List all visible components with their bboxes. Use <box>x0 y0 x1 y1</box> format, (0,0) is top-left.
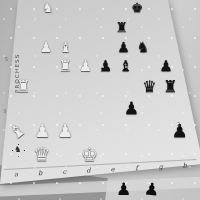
file-label-a: a <box>4 169 29 180</box>
black-P-h5[interactable]: ♟ <box>159 59 172 74</box>
black-B-f5[interactable]: ♝ <box>119 59 132 74</box>
file-label-f: f <box>124 162 149 173</box>
rank-digit: 5 <box>5 56 8 62</box>
black-R-h4[interactable]: ♜ <box>163 79 177 95</box>
file-label-d: d <box>76 165 101 176</box>
white-B-c6[interactable]: ♝ <box>59 40 72 54</box>
rank-digit: 2 <box>177 121 180 127</box>
captured-pieces-tray: ♟♟ <box>116 181 160 198</box>
white-R-c5[interactable]: ♜ <box>59 59 72 74</box>
black-N-g6[interactable]: ♞ <box>137 40 150 54</box>
black-P-f3[interactable]: ♟ <box>124 100 139 117</box>
brand-knight-logo: ♞ <box>11 143 25 157</box>
white-Q-b1[interactable]: ♛ <box>33 145 50 164</box>
black-P-e5[interactable]: ♟ <box>99 59 112 74</box>
white-K-d1[interactable]: ♚ <box>81 145 98 164</box>
file-label-c: c <box>52 166 77 177</box>
chessboard-photo: ♞♚ ♜ ♟♝♟♞ ♜♟♟♝♟ ♜♛♜ ♟ ♝♟♟♟ ♞♛♚ abcdefgh … <box>0 0 200 200</box>
captured-black-piece-2[interactable]: ♟ <box>143 180 160 199</box>
black-P-f6[interactable]: ♟ <box>117 40 130 54</box>
black-K-g8[interactable]: ♚ <box>131 1 143 14</box>
brand-text: PROCHESS <box>14 53 20 93</box>
chessboard: ♞♚ ♜ ♟♝♟♞ ♜♟♟♝♟ ♜♛♜ ♟ ♝♟♟♟ ♞♛♚ abcdefgh … <box>0 0 200 200</box>
white-P-b6[interactable]: ♟ <box>40 40 53 54</box>
file-label-g: g <box>148 161 173 172</box>
white-P-c2[interactable]: ♟ <box>57 122 73 140</box>
file-label-e: e <box>100 164 125 175</box>
black-Q-g4[interactable]: ♛ <box>142 79 156 95</box>
captured-black-piece-1[interactable]: ♟ <box>116 181 131 198</box>
file-label-h: h <box>173 160 198 171</box>
white-N-b8[interactable]: ♞ <box>42 1 54 14</box>
black-R-f7[interactable]: ♜ <box>115 21 127 35</box>
rank-digit: 3 <box>3 108 6 114</box>
white-P-b2[interactable]: ♟ <box>34 122 50 140</box>
logo-knight-icon: ♞ <box>14 146 21 154</box>
file-label-b: b <box>28 168 53 179</box>
white-P-d5[interactable]: ♟ <box>79 59 92 74</box>
